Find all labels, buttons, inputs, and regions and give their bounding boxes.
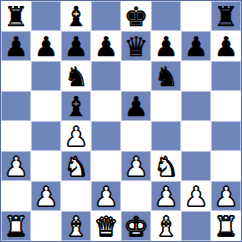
piece-white-queen-icon: ♛	[91, 211, 121, 241]
square-g3[interactable]	[181, 151, 211, 181]
piece-white-bishop-icon: ♝	[151, 211, 181, 241]
square-b3[interactable]	[31, 151, 61, 181]
piece-black-bishop-icon: ♝	[61, 91, 91, 121]
square-b2[interactable]: ♟	[31, 181, 61, 211]
square-f2[interactable]: ♟	[151, 181, 181, 211]
piece-white-pawn-icon: ♟	[61, 121, 91, 151]
square-a4[interactable]	[1, 121, 31, 151]
square-c8[interactable]: ♝	[61, 1, 91, 31]
square-d8[interactable]	[91, 1, 121, 31]
square-d1[interactable]: ♛	[91, 211, 121, 241]
square-e5[interactable]: ♟	[121, 91, 151, 121]
square-f5[interactable]	[151, 91, 181, 121]
square-h3[interactable]	[211, 151, 241, 181]
piece-black-pawn-icon: ♟	[31, 31, 61, 61]
square-d7[interactable]: ♟	[91, 31, 121, 61]
square-g4[interactable]	[181, 121, 211, 151]
piece-black-king-icon: ♚	[121, 1, 151, 31]
piece-black-pawn-icon: ♟	[211, 31, 241, 61]
square-c2[interactable]	[61, 181, 91, 211]
square-g8[interactable]	[181, 1, 211, 31]
square-d2[interactable]: ♟	[91, 181, 121, 211]
square-g7[interactable]: ♟	[181, 31, 211, 61]
piece-white-bishop-icon: ♝	[61, 211, 91, 241]
square-b8[interactable]	[31, 1, 61, 31]
square-a3[interactable]: ♟	[1, 151, 31, 181]
piece-black-pawn-icon: ♟	[181, 31, 211, 61]
square-d6[interactable]	[91, 61, 121, 91]
square-a2[interactable]	[1, 181, 31, 211]
square-h7[interactable]: ♟	[211, 31, 241, 61]
square-a1[interactable]: ♜	[1, 211, 31, 241]
square-a6[interactable]	[1, 61, 31, 91]
piece-black-queen-icon: ♛	[121, 31, 151, 61]
square-b4[interactable]	[31, 121, 61, 151]
piece-white-king-icon: ♚	[121, 211, 151, 241]
square-b6[interactable]	[31, 61, 61, 91]
square-c5[interactable]: ♝	[61, 91, 91, 121]
square-h6[interactable]	[211, 61, 241, 91]
piece-white-pawn-icon: ♟	[151, 181, 181, 211]
square-e3[interactable]: ♟	[121, 151, 151, 181]
square-g2[interactable]: ♟	[181, 181, 211, 211]
piece-white-knight-icon: ♞	[151, 151, 181, 181]
square-h4[interactable]	[211, 121, 241, 151]
square-h1[interactable]: ♜	[211, 211, 241, 241]
square-e2[interactable]	[121, 181, 151, 211]
square-c1[interactable]: ♝	[61, 211, 91, 241]
square-g1[interactable]	[181, 211, 211, 241]
piece-black-pawn-icon: ♟	[61, 31, 91, 61]
square-f4[interactable]	[151, 121, 181, 151]
square-f8[interactable]	[151, 1, 181, 31]
piece-black-knight-icon: ♞	[61, 61, 91, 91]
piece-black-bishop-icon: ♝	[61, 1, 91, 31]
piece-white-pawn-icon: ♟	[121, 151, 151, 181]
piece-white-pawn-icon: ♟	[31, 181, 61, 211]
square-d4[interactable]	[91, 121, 121, 151]
piece-white-rook-icon: ♜	[1, 211, 31, 241]
piece-white-rook-icon: ♜	[211, 211, 241, 241]
square-c7[interactable]: ♟	[61, 31, 91, 61]
piece-black-pawn-icon: ♟	[91, 31, 121, 61]
square-e7[interactable]: ♛	[121, 31, 151, 61]
square-f7[interactable]: ♟	[151, 31, 181, 61]
square-f1[interactable]: ♝	[151, 211, 181, 241]
square-b1[interactable]	[31, 211, 61, 241]
square-g6[interactable]	[181, 61, 211, 91]
square-c3[interactable]: ♞	[61, 151, 91, 181]
square-f3[interactable]: ♞	[151, 151, 181, 181]
square-e6[interactable]	[121, 61, 151, 91]
piece-white-pawn-icon: ♟	[211, 181, 241, 211]
piece-white-knight-icon: ♞	[61, 151, 91, 181]
piece-white-pawn-icon: ♟	[181, 181, 211, 211]
square-g5[interactable]	[181, 91, 211, 121]
piece-black-pawn-icon: ♟	[121, 91, 151, 121]
piece-black-pawn-icon: ♟	[1, 31, 31, 61]
square-h5[interactable]	[211, 91, 241, 121]
square-a7[interactable]: ♟	[1, 31, 31, 61]
square-c6[interactable]: ♞	[61, 61, 91, 91]
chess-board-container: ♜♝♚♜♟♟♟♟♛♟♟♟♞♞♝♟♟♟♞♟♞♟♟♟♟♟♜♝♛♚♝♜	[0, 0, 242, 242]
square-a5[interactable]	[1, 91, 31, 121]
square-a8[interactable]: ♜	[1, 1, 31, 31]
square-d3[interactable]	[91, 151, 121, 181]
square-h2[interactable]: ♟	[211, 181, 241, 211]
piece-black-rook-icon: ♜	[1, 1, 31, 31]
square-d5[interactable]	[91, 91, 121, 121]
piece-white-pawn-icon: ♟	[1, 151, 31, 181]
square-e4[interactable]	[121, 121, 151, 151]
piece-white-pawn-icon: ♟	[91, 181, 121, 211]
square-c4[interactable]: ♟	[61, 121, 91, 151]
square-f6[interactable]: ♞	[151, 61, 181, 91]
piece-black-knight-icon: ♞	[151, 61, 181, 91]
piece-black-rook-icon: ♜	[211, 1, 241, 31]
square-b7[interactable]: ♟	[31, 31, 61, 61]
piece-black-pawn-icon: ♟	[151, 31, 181, 61]
square-e1[interactable]: ♚	[121, 211, 151, 241]
square-b5[interactable]	[31, 91, 61, 121]
square-e8[interactable]: ♚	[121, 1, 151, 31]
chess-board: ♜♝♚♜♟♟♟♟♛♟♟♟♞♞♝♟♟♟♞♟♞♟♟♟♟♟♜♝♛♚♝♜	[0, 0, 242, 242]
square-h8[interactable]: ♜	[211, 1, 241, 31]
